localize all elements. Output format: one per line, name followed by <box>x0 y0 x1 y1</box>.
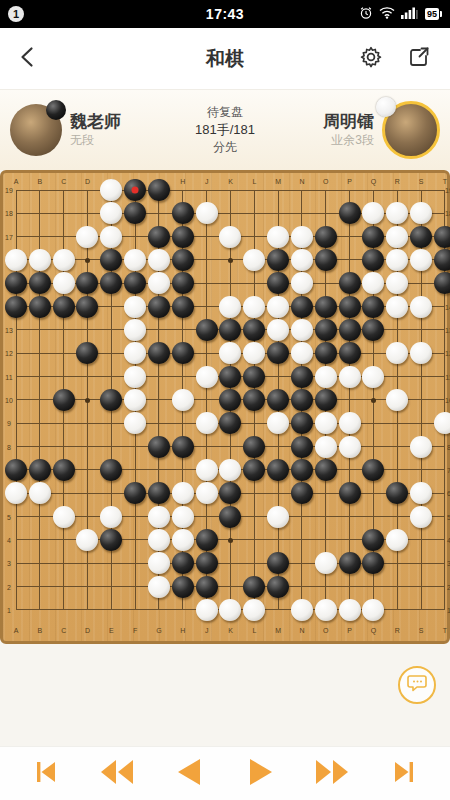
white-stone <box>219 459 241 481</box>
white-stone <box>196 599 218 621</box>
black-stone <box>124 482 146 504</box>
black-stone <box>291 412 313 434</box>
back-chevron-icon <box>17 46 39 72</box>
white-stone <box>410 482 432 504</box>
white-stone <box>339 412 361 434</box>
coordinate-label: Q <box>371 178 376 185</box>
white-stone <box>267 506 289 528</box>
white-stone <box>172 482 194 504</box>
white-stone <box>410 296 432 318</box>
coordinate-label: 18 <box>5 210 13 217</box>
coordinate-label: H <box>180 178 185 185</box>
white-stone <box>267 412 289 434</box>
white-stone <box>315 412 337 434</box>
white-stone <box>76 529 98 551</box>
coordinate-label: 4 <box>7 536 11 543</box>
black-stone <box>53 296 75 318</box>
nav-header: 和棋 <box>0 28 450 90</box>
black-stone <box>339 342 361 364</box>
white-stone <box>53 272 75 294</box>
black-stone <box>291 482 313 504</box>
white-stone <box>100 179 122 201</box>
star-point <box>85 258 90 263</box>
back-button[interactable] <box>0 28 56 89</box>
black-stone <box>148 482 170 504</box>
triangle-left-icon <box>174 757 204 791</box>
coordinate-label: 11 <box>5 373 12 380</box>
white-stone <box>267 296 289 318</box>
black-stone <box>362 296 384 318</box>
black-stone <box>339 552 361 574</box>
black-stone <box>100 249 122 271</box>
grid-line <box>349 190 350 610</box>
coordinate-label: R <box>395 178 400 185</box>
coordinate-label: A <box>14 178 19 185</box>
white-stone <box>196 459 218 481</box>
black-stone <box>100 389 122 411</box>
white-stone <box>124 249 146 271</box>
black-stone <box>339 296 361 318</box>
battery-icon: 95 <box>425 8 442 20</box>
white-stone <box>410 202 432 224</box>
white-stone <box>291 342 313 364</box>
coordinate-label: H <box>180 627 185 634</box>
white-player-rank: 业余3段 <box>331 133 374 149</box>
black-stone <box>29 296 51 318</box>
coordinate-label: 5 <box>7 513 11 520</box>
black-stone <box>267 272 289 294</box>
white-stone <box>100 202 122 224</box>
white-stone <box>315 436 337 458</box>
white-stone <box>386 202 408 224</box>
coordinate-label: J <box>205 178 209 185</box>
black-stone <box>172 202 194 224</box>
white-stone <box>148 506 170 528</box>
app-screen: 1 17:43 95 和棋 <box>0 0 450 800</box>
black-stone <box>5 296 27 318</box>
black-stone <box>339 272 361 294</box>
game-rule: 分先 <box>213 139 237 156</box>
settings-button[interactable] <box>352 40 390 78</box>
coordinate-label: 11 <box>445 373 450 380</box>
black-stone <box>100 529 122 551</box>
coordinate-label: D <box>85 178 90 185</box>
white-stone <box>29 482 51 504</box>
white-stone <box>291 272 313 294</box>
white-stone <box>124 366 146 388</box>
white-stone-badge <box>376 97 396 117</box>
white-stone <box>291 319 313 341</box>
black-stone <box>172 226 194 248</box>
coordinate-label: E <box>109 627 114 634</box>
black-stone <box>339 482 361 504</box>
coordinate-label: 2 <box>7 583 11 590</box>
white-stone <box>219 226 241 248</box>
coordinate-label: 12 <box>445 350 450 357</box>
coordinate-label: P <box>347 627 352 634</box>
black-stone <box>267 249 289 271</box>
skip-to-start-button[interactable] <box>19 752 73 796</box>
black-stone <box>196 552 218 574</box>
black-stone <box>172 296 194 318</box>
coordinate-label: A <box>14 627 19 634</box>
coordinate-label: 9 <box>7 420 11 427</box>
white-stone <box>339 599 361 621</box>
black-stone <box>315 319 337 341</box>
black-stone <box>219 482 241 504</box>
coordinate-label: 1 <box>7 606 11 613</box>
white-stone <box>386 226 408 248</box>
white-stone <box>124 342 146 364</box>
white-stone <box>196 366 218 388</box>
black-stone <box>76 272 98 294</box>
black-stone <box>76 342 98 364</box>
black-stone <box>196 576 218 598</box>
black-stone <box>148 226 170 248</box>
black-stone <box>243 366 265 388</box>
star-point <box>228 538 233 543</box>
coordinate-label: T <box>443 627 447 634</box>
white-stone <box>410 249 432 271</box>
black-stone <box>362 459 384 481</box>
black-stone <box>219 412 241 434</box>
black-stone <box>5 459 27 481</box>
white-stone <box>148 249 170 271</box>
white-stone <box>386 272 408 294</box>
coordinate-label: L <box>252 627 256 634</box>
white-stone <box>196 412 218 434</box>
black-stone <box>219 389 241 411</box>
coordinate-label: M <box>275 178 281 185</box>
coordinate-label: D <box>85 627 90 634</box>
game-status: 待复盘 <box>207 104 243 121</box>
play-forward-button[interactable] <box>234 752 288 796</box>
black-stone <box>124 202 146 224</box>
white-stone <box>5 482 27 504</box>
black-stone <box>243 436 265 458</box>
black-stone <box>196 319 218 341</box>
move-counter: 181手/181 <box>195 121 255 139</box>
coordinate-label: 10 <box>445 396 450 403</box>
black-stone <box>315 459 337 481</box>
coordinate-label: S <box>419 178 424 185</box>
black-stone <box>148 296 170 318</box>
coordinate-label: L <box>252 178 256 185</box>
white-stone <box>29 249 51 271</box>
white-stone <box>196 482 218 504</box>
black-stone <box>5 272 27 294</box>
black-stone <box>434 226 450 248</box>
white-stone <box>172 506 194 528</box>
coordinate-label: O <box>323 178 328 185</box>
coordinate-label: 8 <box>7 443 11 450</box>
alarm-icon <box>359 6 373 23</box>
black-stone <box>291 296 313 318</box>
fast-forward-button[interactable] <box>305 752 359 796</box>
black-stone <box>172 436 194 458</box>
black-stone <box>219 506 241 528</box>
black-stone <box>362 226 384 248</box>
coordinate-label: J <box>205 627 209 634</box>
playback-controls <box>0 746 450 800</box>
coordinate-label: 13 <box>445 326 450 333</box>
black-stone <box>434 249 450 271</box>
white-stone <box>291 249 313 271</box>
white-stone <box>291 226 313 248</box>
white-stone <box>148 272 170 294</box>
coordinate-label: 19 <box>5 187 13 194</box>
coordinate-label: O <box>323 627 328 634</box>
white-stone <box>243 249 265 271</box>
white-stone <box>76 226 98 248</box>
chat-button[interactable] <box>398 666 436 704</box>
white-stone <box>386 249 408 271</box>
black-stone <box>315 389 337 411</box>
white-stone <box>100 506 122 528</box>
black-player-rank: 无段 <box>70 133 121 149</box>
coordinate-label: M <box>275 627 281 634</box>
black-stone <box>267 389 289 411</box>
coordinate-label: 3 <box>7 560 11 567</box>
black-stone <box>291 459 313 481</box>
coordinate-label: 17 <box>5 233 13 240</box>
black-stone <box>148 436 170 458</box>
white-stone <box>100 226 122 248</box>
coordinate-label: 19 <box>445 187 450 194</box>
coordinate-label: B <box>37 627 42 634</box>
black-stone <box>219 366 241 388</box>
skip-to-end-button[interactable] <box>377 752 431 796</box>
go-board[interactable]: AABBCCDDEEFFGGHHJJKKLLMMNNOOPPQQRRSSTT19… <box>0 170 450 644</box>
black-player-avatar[interactable] <box>10 104 62 156</box>
black-stone <box>219 319 241 341</box>
coordinate-label: R <box>395 627 400 634</box>
black-stone <box>100 272 122 294</box>
black-stone <box>315 342 337 364</box>
black-stone <box>267 552 289 574</box>
white-stone <box>291 599 313 621</box>
black-stone <box>339 319 361 341</box>
black-stone <box>243 319 265 341</box>
black-stone <box>362 529 384 551</box>
players-strip: 魏老师 无段 待复盘 181手/181 分先 周明镭 业余3段 <box>0 90 450 170</box>
coordinate-label: N <box>299 627 304 634</box>
white-stone <box>267 226 289 248</box>
white-stone <box>339 436 361 458</box>
coordinate-label: C <box>61 178 66 185</box>
signal-icon <box>401 6 419 22</box>
share-icon <box>407 45 431 73</box>
black-stone <box>267 342 289 364</box>
white-stone <box>410 342 432 364</box>
white-stone <box>148 576 170 598</box>
black-stone <box>100 459 122 481</box>
white-stone <box>148 529 170 551</box>
black-stone <box>315 249 337 271</box>
coordinate-label: 14 <box>445 303 450 310</box>
white-stone <box>362 272 384 294</box>
star-point <box>371 398 376 403</box>
coordinate-label: B <box>37 178 42 185</box>
black-player-name: 魏老师 <box>70 111 121 133</box>
white-stone <box>362 202 384 224</box>
white-stone <box>339 366 361 388</box>
white-stone <box>410 436 432 458</box>
black-stone <box>362 552 384 574</box>
grid-line <box>16 446 445 447</box>
black-stone <box>243 389 265 411</box>
share-button[interactable] <box>400 40 438 78</box>
skip-start-icon <box>33 759 59 789</box>
black-stone <box>267 459 289 481</box>
black-stone <box>53 389 75 411</box>
black-stone <box>172 576 194 598</box>
black-stone-badge <box>46 100 66 120</box>
white-stone <box>362 366 384 388</box>
chat-bubble-icon <box>406 672 428 698</box>
white-player-avatar[interactable] <box>382 101 440 159</box>
triangle-right-icon <box>246 757 276 791</box>
black-stone <box>362 249 384 271</box>
white-stone <box>124 319 146 341</box>
black-stone <box>291 436 313 458</box>
white-stone <box>148 552 170 574</box>
white-stone <box>53 249 75 271</box>
white-stone <box>315 552 337 574</box>
white-stone <box>267 319 289 341</box>
black-stone <box>172 342 194 364</box>
white-stone <box>243 342 265 364</box>
white-stone <box>219 599 241 621</box>
black-stone <box>434 272 450 294</box>
white-stone <box>243 599 265 621</box>
black-stone <box>267 576 289 598</box>
last-move-marker <box>132 187 139 194</box>
black-stone <box>315 226 337 248</box>
white-stone <box>243 296 265 318</box>
white-stone <box>53 506 75 528</box>
coordinate-label: K <box>228 627 233 634</box>
fast-rewind-button[interactable] <box>90 752 144 796</box>
white-stone <box>410 506 432 528</box>
rewind-icon <box>99 758 135 790</box>
white-stone <box>124 296 146 318</box>
skip-end-icon <box>391 759 417 789</box>
black-stone <box>172 272 194 294</box>
white-stone <box>434 412 450 434</box>
black-stone <box>29 459 51 481</box>
coordinate-label: C <box>61 627 66 634</box>
notification-badge: 1 <box>8 6 24 22</box>
coordinate-label: G <box>156 627 161 634</box>
black-stone <box>315 296 337 318</box>
white-stone <box>315 366 337 388</box>
white-player-name: 周明镭 <box>323 111 374 133</box>
black-stone <box>76 296 98 318</box>
coordinate-label: 18 <box>445 210 450 217</box>
coordinate-label: 10 <box>5 396 13 403</box>
white-stone <box>219 296 241 318</box>
clock: 17:43 <box>206 6 244 22</box>
wifi-icon <box>379 6 395 22</box>
coordinate-label: P <box>347 178 352 185</box>
black-stone <box>291 389 313 411</box>
black-stone <box>243 576 265 598</box>
black-stone <box>410 226 432 248</box>
white-stone <box>219 342 241 364</box>
white-stone <box>124 412 146 434</box>
black-stone <box>291 366 313 388</box>
black-stone <box>172 552 194 574</box>
black-stone <box>53 459 75 481</box>
star-point <box>228 258 233 263</box>
white-stone <box>386 296 408 318</box>
white-stone <box>386 389 408 411</box>
black-stone <box>386 482 408 504</box>
coordinate-label: Q <box>371 627 376 634</box>
black-stone <box>29 272 51 294</box>
coordinate-label: S <box>419 627 424 634</box>
white-stone <box>172 529 194 551</box>
coordinate-label: F <box>133 627 137 634</box>
coordinate-label: N <box>299 178 304 185</box>
fast-forward-icon <box>314 758 350 790</box>
battery-percent: 95 <box>425 8 439 20</box>
grid-line <box>16 586 445 587</box>
coordinate-label: 13 <box>5 326 13 333</box>
white-stone <box>196 202 218 224</box>
black-stone <box>148 179 170 201</box>
white-stone <box>386 529 408 551</box>
black-stone <box>339 202 361 224</box>
white-stone <box>172 389 194 411</box>
coordinate-label: 12 <box>5 350 13 357</box>
coordinate-label: T <box>443 178 447 185</box>
white-stone <box>5 249 27 271</box>
black-stone <box>148 342 170 364</box>
black-stone <box>124 272 146 294</box>
black-stone <box>243 459 265 481</box>
black-stone <box>196 529 218 551</box>
gear-icon <box>359 45 383 73</box>
black-stone <box>172 249 194 271</box>
white-stone <box>315 599 337 621</box>
white-stone <box>386 342 408 364</box>
white-stone <box>362 599 384 621</box>
step-back-button[interactable] <box>162 752 216 796</box>
coordinate-label: K <box>228 178 233 185</box>
status-bar: 1 17:43 95 <box>0 0 450 28</box>
white-stone <box>124 389 146 411</box>
black-stone <box>362 319 384 341</box>
star-point <box>85 398 90 403</box>
